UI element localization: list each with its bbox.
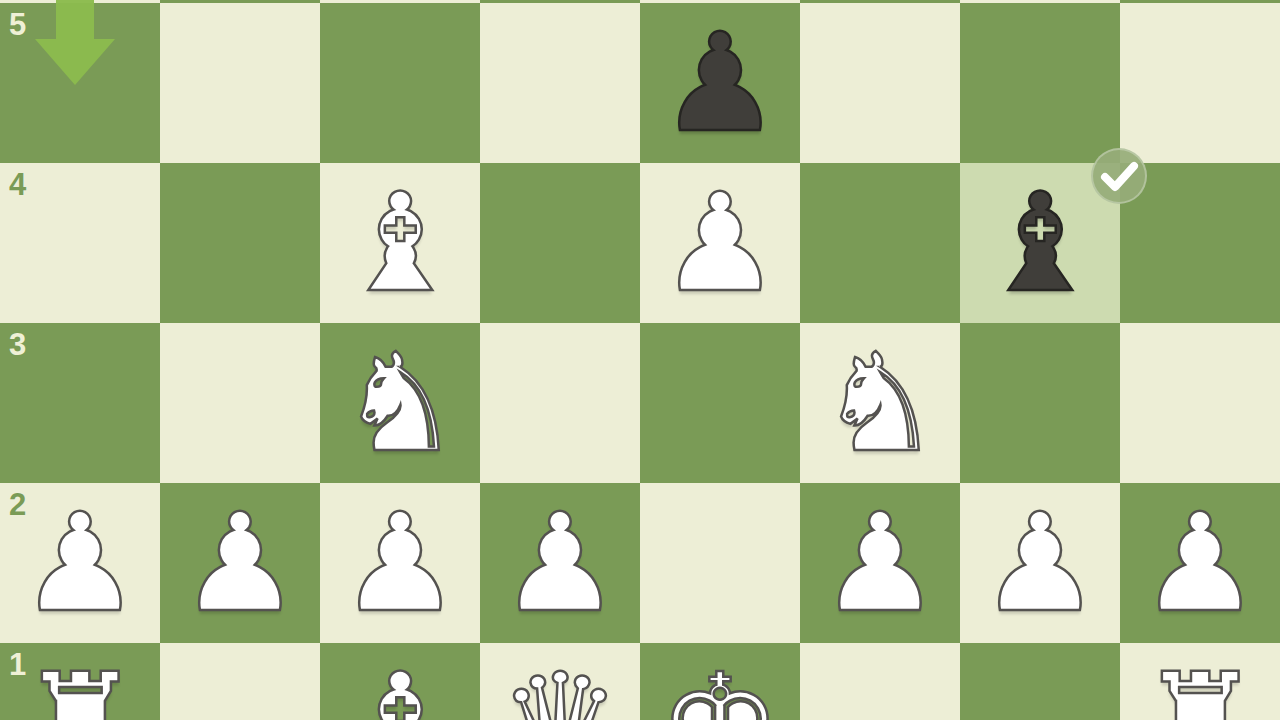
white-pawn[interactable]: ♟	[1120, 483, 1280, 643]
rank-label-5: 5	[9, 9, 26, 40]
square-g1[interactable]	[960, 643, 1120, 720]
square-e4[interactable]: ♟	[640, 163, 800, 323]
rank-label-3: 3	[9, 329, 26, 360]
square-b2[interactable]: ♟	[160, 483, 320, 643]
rank-label-1: 1	[9, 649, 26, 680]
square-b4[interactable]	[160, 163, 320, 323]
square-f3[interactable]: ♞	[800, 323, 960, 483]
square-f5[interactable]	[800, 3, 960, 163]
square-c3[interactable]: ♞	[320, 323, 480, 483]
white-pawn[interactable]: ♟	[640, 163, 800, 323]
square-a4[interactable]: 4	[0, 163, 160, 323]
square-f1[interactable]	[800, 643, 960, 720]
square-g5[interactable]	[960, 3, 1120, 163]
white-rook[interactable]: ♜	[1120, 643, 1280, 720]
white-bishop[interactable]: ♝	[320, 643, 480, 720]
white-pawn[interactable]: ♟	[960, 483, 1120, 643]
square-h1[interactable]: ♜	[1120, 643, 1280, 720]
white-pawn[interactable]: ♟	[320, 483, 480, 643]
white-knight[interactable]: ♞	[800, 323, 960, 483]
white-queen[interactable]: ♛	[480, 643, 640, 720]
square-a1[interactable]: ♜1	[0, 643, 160, 720]
square-a3[interactable]: 3	[0, 323, 160, 483]
square-e1[interactable]: ♚	[640, 643, 800, 720]
white-pawn[interactable]: ♟	[800, 483, 960, 643]
square-c5[interactable]	[320, 3, 480, 163]
square-b1[interactable]	[160, 643, 320, 720]
white-king[interactable]: ♚	[640, 643, 800, 720]
rank-label-2: 2	[9, 489, 26, 520]
square-d3[interactable]	[480, 323, 640, 483]
square-h2[interactable]: ♟	[1120, 483, 1280, 643]
chess-board-viewport: 5♟4♝♟♝3♞♞♟2♟♟♟♟♟♟♜1♝♛♚♜	[0, 0, 1280, 720]
square-e5[interactable]: ♟	[640, 3, 800, 163]
square-c2[interactable]: ♟	[320, 483, 480, 643]
white-pawn[interactable]: ♟	[160, 483, 320, 643]
chess-board[interactable]: 5♟4♝♟♝3♞♞♟2♟♟♟♟♟♟♜1♝♛♚♜	[0, 0, 1280, 720]
square-a2[interactable]: ♟2	[0, 483, 160, 643]
square-c1[interactable]: ♝	[320, 643, 480, 720]
rank-label-4: 4	[9, 169, 26, 200]
white-pawn[interactable]: ♟	[480, 483, 640, 643]
white-knight[interactable]: ♞	[320, 323, 480, 483]
square-f2[interactable]: ♟	[800, 483, 960, 643]
square-e2[interactable]	[640, 483, 800, 643]
square-d2[interactable]: ♟	[480, 483, 640, 643]
square-d1[interactable]: ♛	[480, 643, 640, 720]
square-c4[interactable]: ♝	[320, 163, 480, 323]
square-a5[interactable]: 5	[0, 3, 160, 163]
correct-move-check-icon	[1091, 148, 1147, 204]
square-g3[interactable]	[960, 323, 1120, 483]
square-g4[interactable]: ♝	[960, 163, 1120, 323]
square-b3[interactable]	[160, 323, 320, 483]
square-e3[interactable]	[640, 323, 800, 483]
square-h5[interactable]	[1120, 3, 1280, 163]
square-d5[interactable]	[480, 3, 640, 163]
square-f4[interactable]	[800, 163, 960, 323]
square-b5[interactable]	[160, 3, 320, 163]
white-bishop[interactable]: ♝	[320, 163, 480, 323]
square-g2[interactable]: ♟	[960, 483, 1120, 643]
black-pawn[interactable]: ♟	[640, 3, 800, 163]
square-h3[interactable]	[1120, 323, 1280, 483]
square-d4[interactable]	[480, 163, 640, 323]
